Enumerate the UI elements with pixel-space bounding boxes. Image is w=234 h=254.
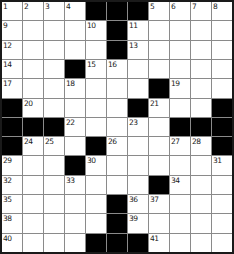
grid-cell[interactable]: 5 — [149, 2, 169, 20]
black-cell — [2, 118, 22, 136]
black-cell — [212, 118, 232, 136]
black-cell — [2, 99, 22, 117]
grid-cell[interactable] — [128, 176, 148, 194]
grid-cell[interactable]: 1 — [2, 2, 22, 20]
grid-cell[interactable] — [128, 60, 148, 78]
grid-cell[interactable] — [170, 60, 190, 78]
grid-cell[interactable] — [170, 41, 190, 59]
grid-cell[interactable]: 30 — [86, 156, 106, 174]
grid-cell[interactable]: 36 — [128, 195, 148, 213]
grid-cell[interactable]: 27 — [170, 137, 190, 155]
clue-number: 37 — [150, 195, 159, 204]
grid-cell[interactable] — [44, 195, 64, 213]
grid-cell[interactable] — [65, 41, 85, 59]
grid-cell[interactable]: 41 — [149, 234, 169, 252]
grid-cell[interactable] — [23, 156, 43, 174]
grid-cell[interactable] — [86, 195, 106, 213]
black-cell — [65, 60, 85, 78]
grid-cell[interactable] — [86, 41, 106, 59]
grid-cell[interactable]: 17 — [2, 79, 22, 97]
grid-cell[interactable] — [170, 156, 190, 174]
grid-cell[interactable] — [149, 60, 169, 78]
clue-number: 36 — [129, 195, 138, 204]
clue-number: 19 — [171, 79, 180, 88]
grid-cell[interactable] — [212, 195, 232, 213]
grid-cell[interactable] — [86, 118, 106, 136]
grid-cell[interactable] — [128, 156, 148, 174]
grid-cell[interactable]: 40 — [2, 234, 22, 252]
grid-cell[interactable] — [44, 79, 64, 97]
clue-number: 13 — [129, 41, 138, 50]
grid-cell[interactable]: 33 — [65, 176, 85, 194]
grid-cell[interactable]: 9 — [2, 21, 22, 39]
grid-cell[interactable] — [23, 234, 43, 252]
grid-cell[interactable]: 25 — [44, 137, 64, 155]
clue-number: 22 — [66, 118, 75, 127]
grid-cell[interactable] — [65, 234, 85, 252]
clue-number: 24 — [24, 137, 33, 146]
grid-cell[interactable] — [149, 214, 169, 232]
black-cell — [170, 118, 190, 136]
grid-cell[interactable] — [191, 214, 211, 232]
clue-number: 2 — [24, 2, 28, 11]
grid-cell[interactable] — [107, 99, 127, 117]
grid-cell[interactable] — [212, 176, 232, 194]
grid-cell[interactable] — [86, 79, 106, 97]
crossword-grid: 1234567891011121314151617181920212223242… — [0, 0, 234, 254]
grid-cell[interactable]: 23 — [128, 118, 148, 136]
grid-cell[interactable] — [149, 156, 169, 174]
clue-number: 12 — [3, 41, 12, 50]
clue-number: 7 — [192, 2, 196, 11]
black-cell — [107, 2, 127, 20]
grid-cell[interactable] — [191, 99, 211, 117]
black-cell — [44, 118, 64, 136]
clue-number: 30 — [87, 156, 96, 165]
black-cell — [86, 137, 106, 155]
grid-cell[interactable] — [86, 99, 106, 117]
black-cell — [2, 137, 22, 155]
clue-number: 26 — [108, 137, 117, 146]
grid-cell[interactable] — [65, 99, 85, 117]
grid-cell[interactable] — [170, 195, 190, 213]
grid-cell[interactable]: 10 — [86, 21, 106, 39]
grid-cell[interactable] — [212, 234, 232, 252]
clue-number: 4 — [66, 2, 70, 11]
grid-cell[interactable]: 34 — [170, 176, 190, 194]
grid-cell[interactable] — [107, 118, 127, 136]
black-cell — [128, 2, 148, 20]
black-cell — [107, 21, 127, 39]
grid-cell[interactable] — [191, 176, 211, 194]
grid-cell[interactable] — [44, 234, 64, 252]
black-cell — [149, 79, 169, 97]
clue-number: 35 — [3, 195, 12, 204]
grid-cell[interactable] — [170, 99, 190, 117]
grid-cell[interactable] — [65, 214, 85, 232]
clue-number: 34 — [171, 176, 180, 185]
grid-cell[interactable]: 26 — [107, 137, 127, 155]
black-cell — [65, 156, 85, 174]
grid-cell[interactable] — [44, 60, 64, 78]
black-cell — [191, 118, 211, 136]
clue-number: 3 — [45, 2, 49, 11]
grid-cell[interactable]: 3 — [44, 2, 64, 20]
clue-number: 20 — [24, 99, 33, 108]
grid-cell[interactable] — [86, 214, 106, 232]
clue-number: 28 — [192, 137, 201, 146]
clue-number: 11 — [129, 21, 138, 30]
grid-cell[interactable]: 7 — [191, 2, 211, 20]
grid-cell[interactable] — [212, 79, 232, 97]
grid-cell[interactable]: 22 — [65, 118, 85, 136]
grid-cell[interactable]: 4 — [65, 2, 85, 20]
clue-number: 33 — [66, 176, 75, 185]
grid-cell[interactable] — [212, 60, 232, 78]
grid-cell[interactable] — [44, 156, 64, 174]
grid-cell[interactable] — [191, 79, 211, 97]
grid-cell[interactable]: 13 — [128, 41, 148, 59]
clue-number: 23 — [129, 118, 138, 127]
grid-cell[interactable]: 2 — [23, 2, 43, 20]
grid-cell[interactable] — [191, 156, 211, 174]
grid-cell[interactable] — [44, 21, 64, 39]
grid-cell[interactable] — [191, 41, 211, 59]
grid-cell[interactable]: 21 — [149, 99, 169, 117]
grid-cell[interactable] — [170, 21, 190, 39]
clue-number: 32 — [3, 176, 12, 185]
grid-cell[interactable] — [23, 21, 43, 39]
grid-cell[interactable] — [107, 176, 127, 194]
grid-cell[interactable] — [23, 60, 43, 78]
grid-cell[interactable]: 15 — [86, 60, 106, 78]
clue-number: 10 — [87, 21, 96, 30]
grid-cell[interactable]: 28 — [191, 137, 211, 155]
grid-cell[interactable]: 35 — [2, 195, 22, 213]
clue-number: 6 — [171, 2, 175, 11]
black-cell — [107, 214, 127, 232]
clue-number: 39 — [129, 214, 138, 223]
grid-cell[interactable] — [65, 195, 85, 213]
grid-cell[interactable]: 20 — [23, 99, 43, 117]
black-cell — [107, 234, 127, 252]
grid-cell[interactable] — [107, 156, 127, 174]
grid-cell[interactable]: 8 — [212, 2, 232, 20]
grid-cell[interactable]: 29 — [2, 156, 22, 174]
grid-cell[interactable] — [128, 137, 148, 155]
grid-cell[interactable] — [23, 41, 43, 59]
clue-number: 18 — [66, 79, 75, 88]
clue-number: 17 — [3, 79, 12, 88]
clue-number: 41 — [150, 234, 159, 243]
grid-cell[interactable] — [212, 214, 232, 232]
grid-cell[interactable]: 19 — [170, 79, 190, 97]
grid-cell[interactable] — [191, 234, 211, 252]
grid-cell[interactable] — [23, 214, 43, 232]
grid-cell[interactable]: 6 — [170, 2, 190, 20]
grid-cell[interactable] — [86, 176, 106, 194]
grid-cell[interactable] — [65, 137, 85, 155]
clue-number: 8 — [213, 2, 217, 11]
clue-number: 21 — [150, 99, 159, 108]
grid-cell[interactable] — [170, 234, 190, 252]
grid-cell[interactable]: 39 — [128, 214, 148, 232]
grid-cell[interactable] — [191, 60, 211, 78]
clue-number: 15 — [87, 60, 96, 69]
grid-cell[interactable]: 11 — [128, 21, 148, 39]
black-cell — [212, 99, 232, 117]
clue-number: 29 — [3, 156, 12, 165]
black-cell — [23, 118, 43, 136]
grid-cell[interactable]: 38 — [2, 214, 22, 232]
grid-cell[interactable]: 14 — [2, 60, 22, 78]
grid-cell[interactable] — [149, 118, 169, 136]
grid-cell[interactable] — [170, 214, 190, 232]
black-cell — [128, 99, 148, 117]
clue-number: 40 — [3, 234, 12, 243]
grid-cell[interactable] — [149, 137, 169, 155]
grid-cell[interactable] — [44, 176, 64, 194]
grid-cell[interactable] — [149, 41, 169, 59]
grid-cell[interactable] — [23, 195, 43, 213]
grid-cell[interactable] — [212, 21, 232, 39]
grid-cell[interactable]: 18 — [65, 79, 85, 97]
grid-cell[interactable]: 31 — [212, 156, 232, 174]
clue-number: 27 — [171, 137, 180, 146]
grid-cell[interactable]: 12 — [2, 41, 22, 59]
grid-cell[interactable]: 16 — [107, 60, 127, 78]
grid-cell[interactable] — [23, 176, 43, 194]
grid-cell[interactable] — [44, 214, 64, 232]
grid-cell[interactable] — [44, 99, 64, 117]
clue-number: 25 — [45, 137, 54, 146]
clue-number: 14 — [3, 60, 12, 69]
clue-number: 5 — [150, 2, 154, 11]
clue-number: 9 — [3, 21, 7, 30]
clue-number: 16 — [108, 60, 117, 69]
black-cell — [212, 137, 232, 155]
black-cell — [86, 234, 106, 252]
black-cell — [86, 2, 106, 20]
clue-number: 31 — [213, 156, 222, 165]
grid-cell[interactable] — [212, 41, 232, 59]
clue-number: 1 — [3, 2, 7, 11]
grid-cell[interactable] — [23, 79, 43, 97]
black-cell — [149, 176, 169, 194]
grid-cell[interactable]: 32 — [2, 176, 22, 194]
grid-cell[interactable] — [149, 21, 169, 39]
grid-cell[interactable] — [65, 21, 85, 39]
grid-cell[interactable]: 37 — [149, 195, 169, 213]
grid-cell[interactable] — [191, 195, 211, 213]
grid-cell[interactable] — [191, 21, 211, 39]
grid-cell[interactable] — [107, 79, 127, 97]
grid-cell[interactable] — [128, 79, 148, 97]
clue-number: 38 — [3, 214, 12, 223]
grid-cell[interactable]: 24 — [23, 137, 43, 155]
grid-cell[interactable] — [44, 41, 64, 59]
black-cell — [107, 195, 127, 213]
black-cell — [107, 41, 127, 59]
black-cell — [128, 234, 148, 252]
